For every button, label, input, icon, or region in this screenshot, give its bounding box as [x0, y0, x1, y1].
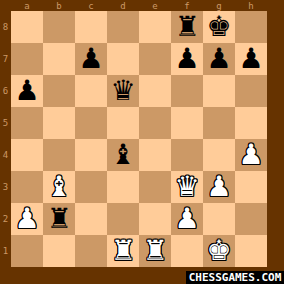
square-d3[interactable]: [107, 171, 139, 203]
square-f1[interactable]: [171, 235, 203, 267]
square-a6[interactable]: ♟: [11, 75, 43, 107]
square-g3[interactable]: ♟: [203, 171, 235, 203]
black-rook-f8: ♜: [174, 11, 199, 43]
square-e1[interactable]: ♜: [139, 235, 171, 267]
square-d5[interactable]: [107, 107, 139, 139]
square-c8[interactable]: [75, 11, 107, 43]
square-a8[interactable]: [11, 11, 43, 43]
white-pawn-a2: ♟: [14, 203, 39, 235]
square-e7[interactable]: [139, 43, 171, 75]
white-bishop-b3: ♝: [46, 171, 71, 203]
square-a5[interactable]: [11, 107, 43, 139]
chess-diagram: abcdefgh 87654321 ♜♚♟♟♟♟♟♛♝♟♝♛♟♟♜♟♜♜♚ CH…: [0, 0, 284, 284]
file-label-a: a: [11, 0, 43, 11]
square-b8[interactable]: [43, 11, 75, 43]
square-f6[interactable]: [171, 75, 203, 107]
site-logo-text: CHESSGAMES.COM: [189, 271, 282, 284]
square-b7[interactable]: [43, 43, 75, 75]
square-h2[interactable]: [235, 203, 267, 235]
square-c3[interactable]: [75, 171, 107, 203]
square-c2[interactable]: [75, 203, 107, 235]
black-pawn-f7: ♟: [174, 43, 199, 75]
square-c7[interactable]: ♟: [75, 43, 107, 75]
square-e3[interactable]: [139, 171, 171, 203]
rank-label-5: 5: [0, 107, 11, 139]
square-e4[interactable]: [139, 139, 171, 171]
square-b5[interactable]: [43, 107, 75, 139]
black-pawn-h7: ♟: [238, 43, 263, 75]
file-label-d: d: [107, 0, 139, 11]
square-h8[interactable]: [235, 11, 267, 43]
black-rook-b2: ♜: [46, 203, 71, 235]
rank-label-4: 4: [0, 139, 11, 171]
white-king-g1: ♚: [206, 235, 231, 267]
rank-label-3: 3: [0, 171, 11, 203]
white-pawn-g3: ♟: [206, 171, 231, 203]
square-f4[interactable]: [171, 139, 203, 171]
square-c5[interactable]: [75, 107, 107, 139]
square-c1[interactable]: [75, 235, 107, 267]
square-d7[interactable]: [107, 43, 139, 75]
rank-label-1: 1: [0, 235, 11, 267]
white-rook-d1: ♜: [110, 235, 135, 267]
square-d2[interactable]: [107, 203, 139, 235]
rank-label-2: 2: [0, 203, 11, 235]
file-label-c: c: [75, 0, 107, 11]
square-a1[interactable]: [11, 235, 43, 267]
square-d6[interactable]: ♛: [107, 75, 139, 107]
square-c6[interactable]: [75, 75, 107, 107]
rank-label-6: 6: [0, 75, 11, 107]
file-label-h: h: [235, 0, 267, 11]
square-g7[interactable]: ♟: [203, 43, 235, 75]
square-h7[interactable]: ♟: [235, 43, 267, 75]
black-pawn-a6: ♟: [14, 75, 39, 107]
square-b3[interactable]: ♝: [43, 171, 75, 203]
square-c4[interactable]: [75, 139, 107, 171]
square-g6[interactable]: [203, 75, 235, 107]
square-b1[interactable]: [43, 235, 75, 267]
rank-label-8: 8: [0, 11, 11, 43]
black-bishop-d4: ♝: [110, 139, 135, 171]
square-a3[interactable]: [11, 171, 43, 203]
square-f2[interactable]: ♟: [171, 203, 203, 235]
black-king-g8: ♚: [206, 11, 231, 43]
square-f8[interactable]: ♜: [171, 11, 203, 43]
square-e6[interactable]: [139, 75, 171, 107]
square-e5[interactable]: [139, 107, 171, 139]
square-e2[interactable]: [139, 203, 171, 235]
square-b4[interactable]: [43, 139, 75, 171]
square-e8[interactable]: [139, 11, 171, 43]
square-b2[interactable]: ♜: [43, 203, 75, 235]
chess-board: ♜♚♟♟♟♟♟♛♝♟♝♛♟♟♜♟♜♜♚: [11, 11, 267, 267]
square-h5[interactable]: [235, 107, 267, 139]
square-a7[interactable]: [11, 43, 43, 75]
square-g2[interactable]: [203, 203, 235, 235]
file-label-e: e: [139, 0, 171, 11]
square-f3[interactable]: ♛: [171, 171, 203, 203]
square-d8[interactable]: [107, 11, 139, 43]
white-rook-e1: ♜: [142, 235, 167, 267]
square-g1[interactable]: ♚: [203, 235, 235, 267]
rank-label-7: 7: [0, 43, 11, 75]
square-h3[interactable]: [235, 171, 267, 203]
white-pawn-h4: ♟: [238, 139, 263, 171]
white-pawn-f2: ♟: [174, 203, 199, 235]
black-queen-d6: ♛: [110, 75, 135, 107]
square-h6[interactable]: [235, 75, 267, 107]
square-f5[interactable]: [171, 107, 203, 139]
square-h4[interactable]: ♟: [235, 139, 267, 171]
square-a2[interactable]: ♟: [11, 203, 43, 235]
file-label-b: b: [43, 0, 75, 11]
square-g8[interactable]: ♚: [203, 11, 235, 43]
square-h1[interactable]: [235, 235, 267, 267]
square-a4[interactable]: [11, 139, 43, 171]
square-d1[interactable]: ♜: [107, 235, 139, 267]
square-b6[interactable]: [43, 75, 75, 107]
square-g4[interactable]: [203, 139, 235, 171]
white-queen-f3: ♛: [174, 171, 199, 203]
black-pawn-g7: ♟: [206, 43, 231, 75]
square-f7[interactable]: ♟: [171, 43, 203, 75]
black-pawn-c7: ♟: [78, 43, 103, 75]
square-d4[interactable]: ♝: [107, 139, 139, 171]
site-logo: CHESSGAMES.COM: [186, 271, 284, 284]
square-g5[interactable]: [203, 107, 235, 139]
